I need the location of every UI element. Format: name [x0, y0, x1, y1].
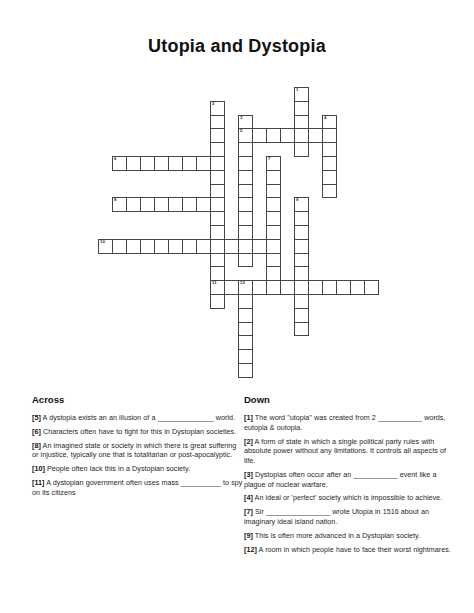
crossword-worksheet: Utopia and Dystopia 123456789101112 Acro…	[0, 0, 474, 613]
grid-cell-r10c12[interactable]	[266, 225, 281, 240]
grid-cell-r5c4[interactable]	[154, 156, 169, 171]
grid-cell-r14c13[interactable]	[280, 280, 295, 295]
grid-cell-r11c3[interactable]	[140, 239, 155, 254]
grid-cell-r5c16[interactable]	[322, 156, 337, 171]
grid-cell-r11c7[interactable]	[196, 239, 211, 254]
grid-cell-r8c4[interactable]	[154, 197, 169, 212]
cell-number-11: 11	[212, 281, 217, 285]
grid-cell-r12c14[interactable]	[294, 253, 309, 268]
grid-cell-r11c9[interactable]	[224, 239, 239, 254]
grid-cell-r7c8[interactable]	[210, 184, 225, 199]
grid-cell-r5c8[interactable]	[210, 156, 225, 171]
grid-cell-r13c12[interactable]	[266, 266, 281, 281]
grid-cell-r9c12[interactable]	[266, 211, 281, 226]
grid-cell-r8c5[interactable]	[168, 197, 183, 212]
grid-cell-r5c1[interactable]: 6	[112, 156, 127, 171]
grid-cell-r12c12[interactable]	[266, 253, 281, 268]
grid-cell-r8c10[interactable]	[238, 197, 253, 212]
grid-cell-r8c3[interactable]	[140, 197, 155, 212]
clue-10-across: [10] People often lack this in a Dystopi…	[32, 464, 244, 474]
grid-cell-r4c14[interactable]	[294, 142, 309, 157]
cell-number-10: 10	[100, 240, 105, 244]
grid-cell-r5c5[interactable]	[168, 156, 183, 171]
grid-cell-r14c14[interactable]	[294, 280, 309, 295]
grid-cell-r8c6[interactable]	[182, 197, 197, 212]
clue-11-across: [11] A dystopian government often uses m…	[32, 478, 244, 497]
grid-cell-r8c2[interactable]	[126, 197, 141, 212]
grid-cell-r6c16[interactable]	[322, 170, 337, 185]
grid-cell-r3c10[interactable]: 5	[238, 128, 253, 143]
grid-cell-r1c8[interactable]: 2	[210, 101, 225, 116]
down-clue-list: Down [1] The word "utopia" was created f…	[244, 394, 452, 559]
grid-cell-r17c14[interactable]	[294, 322, 309, 337]
crossword-grid: 123456789101112	[98, 87, 379, 378]
grid-cell-r3c15[interactable]	[308, 128, 323, 143]
grid-cell-r9c14[interactable]	[294, 211, 309, 226]
clue-4-down: [4] An ideal or 'perfect' society which …	[244, 493, 452, 503]
clue-8-across: [8] An imagined state or society in whic…	[32, 441, 244, 460]
grid-cell-r14c12[interactable]	[266, 280, 281, 295]
cell-number-2: 2	[212, 102, 214, 106]
grid-cell-r2c8[interactable]	[210, 115, 225, 130]
grid-cell-r11c6[interactable]	[182, 239, 197, 254]
grid-cell-r6c12[interactable]	[266, 170, 281, 185]
grid-cell-r15c14[interactable]	[294, 294, 309, 309]
grid-cell-r15c8[interactable]	[210, 294, 225, 309]
grid-cell-r0c14[interactable]: 1	[294, 87, 309, 102]
cell-number-1: 1	[296, 88, 298, 92]
grid-cell-r17c10[interactable]	[238, 322, 253, 337]
grid-cell-r4c10[interactable]	[238, 142, 253, 157]
grid-cell-r14c17[interactable]	[336, 280, 351, 295]
grid-cell-r16c14[interactable]	[294, 308, 309, 323]
grid-cell-r14c8[interactable]: 11	[210, 280, 225, 295]
grid-cell-r4c8[interactable]	[210, 142, 225, 157]
grid-cell-r8c7[interactable]	[196, 197, 211, 212]
grid-cell-r11c0[interactable]: 10	[98, 239, 113, 254]
cell-number-7: 7	[268, 157, 270, 161]
grid-cell-r6c10[interactable]	[238, 170, 253, 185]
cell-number-6: 6	[114, 157, 116, 161]
grid-cell-r11c10[interactable]	[238, 239, 253, 254]
grid-cell-r6c8[interactable]	[210, 170, 225, 185]
grid-cell-r5c7[interactable]	[196, 156, 211, 171]
cell-number-5: 5	[240, 129, 242, 133]
grid-cell-r2c10[interactable]: 3	[238, 115, 253, 130]
clue-6-across: [6] Characters often have to fight for t…	[32, 427, 244, 437]
clue-9-down: [9] This is often more advanced in a Dys…	[244, 531, 452, 541]
grid-cell-r11c4[interactable]	[154, 239, 169, 254]
grid-cell-r19c10[interactable]	[238, 349, 253, 364]
grid-cell-r20c10[interactable]	[238, 363, 253, 378]
clue-2-down: [2] A form of state in which a single po…	[244, 437, 452, 466]
grid-cell-r11c14[interactable]	[294, 239, 309, 254]
across-header: Across	[32, 394, 244, 405]
grid-cell-r14c9[interactable]	[224, 280, 239, 295]
grid-cell-r10c14[interactable]	[294, 225, 309, 240]
grid-cell-r3c14[interactable]	[294, 128, 309, 143]
grid-cell-r5c12[interactable]: 7	[266, 156, 281, 171]
clue-3-down: [3] Dystopias often occur after an _____…	[244, 470, 452, 489]
grid-cell-r3c11[interactable]	[252, 128, 267, 143]
grid-cell-r9c10[interactable]	[238, 211, 253, 226]
grid-cell-r11c12[interactable]	[266, 239, 281, 254]
grid-cell-r10c10[interactable]	[238, 225, 253, 240]
grid-cell-r14c16[interactable]	[322, 280, 337, 295]
grid-cell-r7c16[interactable]	[322, 184, 337, 199]
clue-12-down: [12] A room in which people have to face…	[244, 545, 452, 555]
cell-number-8: 8	[114, 198, 116, 202]
clue-1-down: [1] The word "utopia" was created from 2…	[244, 413, 452, 432]
grid-cell-r4c16[interactable]	[322, 142, 337, 157]
grid-cell-r11c11[interactable]	[252, 239, 267, 254]
across-clue-list: Across [5] A dystopia exists an an illus…	[32, 394, 244, 502]
grid-cell-r2c16[interactable]: 4	[322, 115, 337, 130]
grid-cell-r10c8[interactable]	[210, 225, 225, 240]
grid-cell-r11c2[interactable]	[126, 239, 141, 254]
grid-cell-r15c10[interactable]	[238, 294, 253, 309]
grid-cell-r12c8[interactable]	[210, 253, 225, 268]
cell-number-9: 9	[296, 198, 298, 202]
grid-cell-r3c13[interactable]	[280, 128, 295, 143]
grid-cell-r13c8[interactable]	[210, 266, 225, 281]
grid-cell-r8c1[interactable]: 8	[112, 197, 127, 212]
grid-cell-r5c3[interactable]	[140, 156, 155, 171]
grid-cell-r12c10[interactable]	[238, 253, 253, 268]
clue-7-down: [7] Sir ________________ wrote Utopia in…	[244, 507, 452, 526]
grid-cell-r14c19[interactable]	[364, 280, 379, 295]
page-title: Utopia and Dystopia	[0, 36, 474, 57]
grid-cell-r1c14[interactable]	[294, 101, 309, 116]
grid-cell-r8c14[interactable]: 9	[294, 197, 309, 212]
grid-cell-r16c10[interactable]	[238, 308, 253, 323]
grid-cell-r11c1[interactable]	[112, 239, 127, 254]
cell-number-3: 3	[240, 116, 242, 120]
grid-cell-r8c8[interactable]	[210, 197, 225, 212]
clue-5-across: [5] A dystopia exists an an illusion of …	[32, 413, 244, 423]
grid-cell-r3c16[interactable]	[322, 128, 337, 143]
grid-cell-r2c14[interactable]	[294, 115, 309, 130]
down-header: Down	[244, 394, 452, 405]
grid-cell-r7c10[interactable]	[238, 184, 253, 199]
grid-cell-r7c12[interactable]	[266, 184, 281, 199]
grid-cell-r14c18[interactable]	[350, 280, 365, 295]
grid-cell-r11c8[interactable]	[210, 239, 225, 254]
grid-cell-r14c11[interactable]	[252, 280, 267, 295]
grid-cell-r13c14[interactable]	[294, 266, 309, 281]
grid-cell-r3c8[interactable]	[210, 128, 225, 143]
grid-cell-r5c2[interactable]	[126, 156, 141, 171]
grid-cell-r5c6[interactable]	[182, 156, 197, 171]
grid-cell-r8c12[interactable]	[266, 197, 281, 212]
grid-cell-r18c10[interactable]	[238, 335, 253, 350]
grid-cell-r9c8[interactable]	[210, 211, 225, 226]
grid-cell-r5c10[interactable]	[238, 156, 253, 171]
grid-cell-r14c15[interactable]	[308, 280, 323, 295]
grid-cell-r14c10[interactable]: 12	[238, 280, 253, 295]
grid-cell-r11c5[interactable]	[168, 239, 183, 254]
grid-cell-r3c12[interactable]	[266, 128, 281, 143]
cell-number-4: 4	[324, 116, 326, 120]
cell-number-12: 12	[240, 281, 245, 285]
